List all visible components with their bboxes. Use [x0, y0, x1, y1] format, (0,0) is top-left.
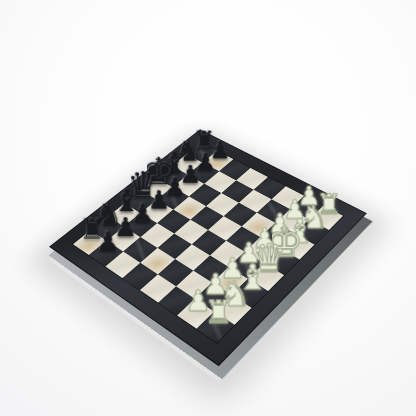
piece-white-rook[interactable]: ♜	[205, 297, 232, 329]
piece-black-pawn[interactable]: ♟	[96, 228, 120, 254]
product-photo: ♜♞♝♛♚♝♞♜♟♟♟♟♟♟♟♟♟♟♟♟♟♟♟♟♜♞♝♛♚♝♞♜	[0, 0, 416, 416]
square-a7[interactable]: ♟	[89, 241, 123, 267]
chess-board: ♜♞♝♛♚♝♞♜♟♟♟♟♟♟♟♟♟♟♟♟♟♟♟♟♜♞♝♛♚♝♞♜	[49, 129, 367, 366]
scene: ♜♞♝♛♚♝♞♜♟♟♟♟♟♟♟♟♟♟♟♟♟♟♟♟♜♞♝♛♚♝♞♜	[0, 0, 416, 416]
board-grid: ♜♞♝♛♚♝♞♜♟♟♟♟♟♟♟♟♟♟♟♟♟♟♟♟♜♞♝♛♚♝♞♜	[73, 143, 343, 343]
